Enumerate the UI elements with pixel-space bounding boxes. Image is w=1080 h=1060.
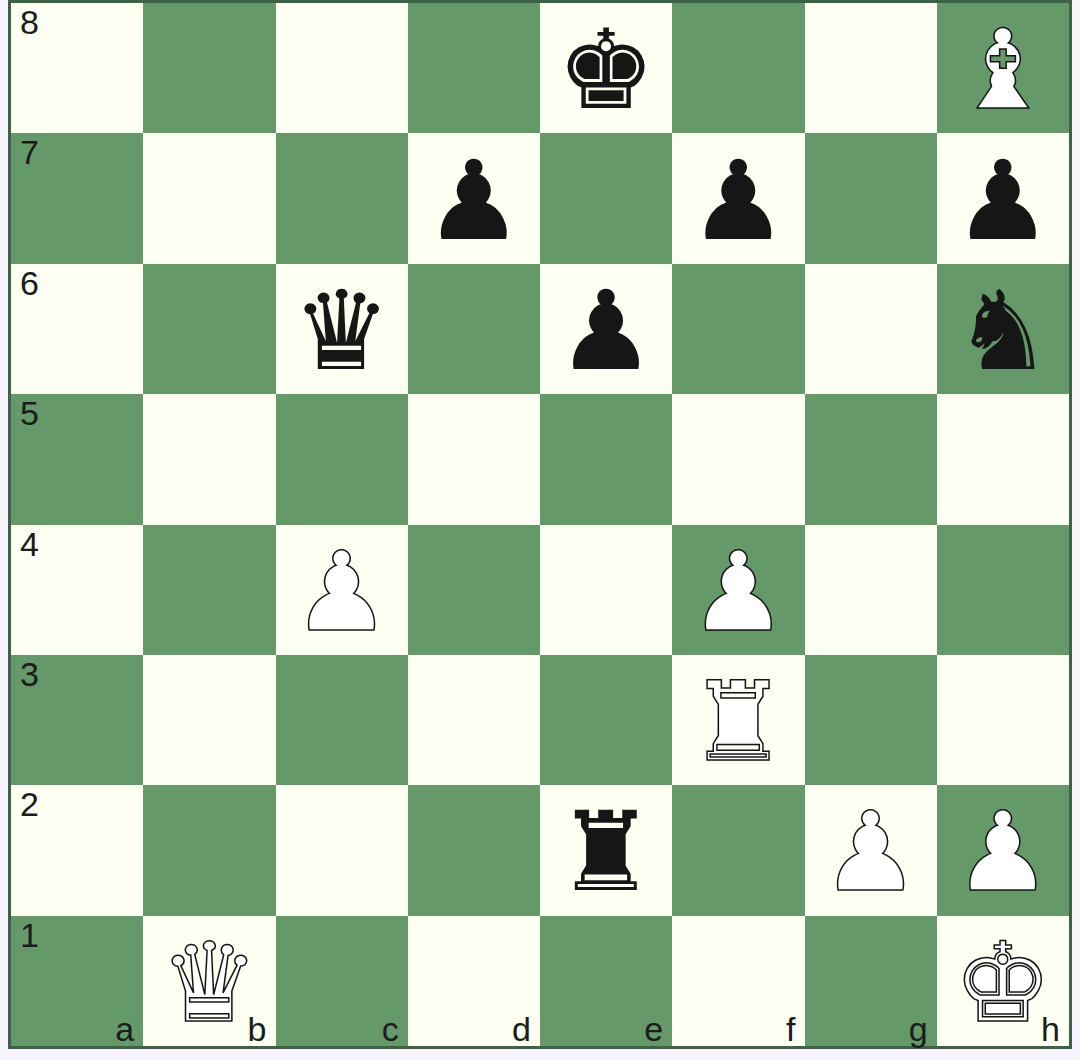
- file-label-g: g: [909, 1011, 928, 1048]
- square-a4[interactable]: 4: [11, 525, 143, 655]
- chess-board: 8♚♝7♟♟♟6♛♟♞54♟♟3♜2♜♟♟1ab♛cdefgh♚: [8, 0, 1072, 1049]
- white-bishop[interactable]: ♝: [937, 3, 1069, 133]
- square-h7[interactable]: ♟: [937, 133, 1069, 263]
- file-label-d: d: [512, 1011, 531, 1048]
- square-g6[interactable]: [805, 264, 937, 394]
- square-e8[interactable]: ♚: [540, 3, 672, 133]
- square-h2[interactable]: ♟: [937, 785, 1069, 915]
- square-e7[interactable]: [540, 133, 672, 263]
- square-a6[interactable]: 6: [11, 264, 143, 394]
- rank-label-1: 1: [20, 917, 39, 954]
- square-c3[interactable]: [276, 655, 408, 785]
- square-b4[interactable]: [143, 525, 275, 655]
- square-e1[interactable]: e: [540, 916, 672, 1046]
- square-e2[interactable]: ♜: [540, 785, 672, 915]
- black-rook[interactable]: ♜: [540, 785, 672, 915]
- square-e6[interactable]: ♟: [540, 264, 672, 394]
- square-a7[interactable]: 7: [11, 133, 143, 263]
- square-e4[interactable]: [540, 525, 672, 655]
- square-e3[interactable]: [540, 655, 672, 785]
- black-pawn[interactable]: ♟: [937, 133, 1069, 263]
- page-background: 8♚♝7♟♟♟6♛♟♞54♟♟3♜2♜♟♟1ab♛cdefgh♚: [0, 0, 1080, 1060]
- square-c5[interactable]: [276, 394, 408, 524]
- square-a1[interactable]: 1a: [11, 916, 143, 1046]
- square-d1[interactable]: d: [408, 916, 540, 1046]
- white-pawn[interactable]: ♟: [805, 785, 937, 915]
- rank-label-7: 7: [20, 134, 39, 171]
- square-a3[interactable]: 3: [11, 655, 143, 785]
- square-f8[interactable]: [672, 3, 804, 133]
- rank-label-5: 5: [20, 395, 39, 432]
- square-f3[interactable]: ♜: [672, 655, 804, 785]
- square-f5[interactable]: [672, 394, 804, 524]
- white-pawn[interactable]: ♟: [276, 525, 408, 655]
- square-g7[interactable]: [805, 133, 937, 263]
- file-label-c: c: [382, 1011, 399, 1048]
- square-d2[interactable]: [408, 785, 540, 915]
- file-label-e: e: [644, 1011, 663, 1048]
- square-b3[interactable]: [143, 655, 275, 785]
- square-d6[interactable]: [408, 264, 540, 394]
- square-b1[interactable]: b♛: [143, 916, 275, 1046]
- square-g2[interactable]: ♟: [805, 785, 937, 915]
- white-rook[interactable]: ♜: [672, 655, 804, 785]
- white-pawn[interactable]: ♟: [672, 525, 804, 655]
- file-label-a: a: [115, 1011, 134, 1048]
- square-d8[interactable]: [408, 3, 540, 133]
- square-a2[interactable]: 2: [11, 785, 143, 915]
- square-b7[interactable]: [143, 133, 275, 263]
- white-king[interactable]: ♚: [937, 916, 1069, 1046]
- rank-label-2: 2: [20, 786, 39, 823]
- square-c7[interactable]: [276, 133, 408, 263]
- rank-label-8: 8: [20, 4, 39, 41]
- square-a5[interactable]: 5: [11, 394, 143, 524]
- square-d7[interactable]: ♟: [408, 133, 540, 263]
- file-label-f: f: [786, 1011, 795, 1048]
- black-pawn[interactable]: ♟: [408, 133, 540, 263]
- square-g8[interactable]: [805, 3, 937, 133]
- black-pawn[interactable]: ♟: [672, 133, 804, 263]
- rank-label-4: 4: [20, 526, 39, 563]
- square-c1[interactable]: c: [276, 916, 408, 1046]
- square-b6[interactable]: [143, 264, 275, 394]
- square-h3[interactable]: [937, 655, 1069, 785]
- square-g1[interactable]: g: [805, 916, 937, 1046]
- square-d4[interactable]: [408, 525, 540, 655]
- square-d3[interactable]: [408, 655, 540, 785]
- black-queen[interactable]: ♛: [276, 264, 408, 394]
- square-c8[interactable]: [276, 3, 408, 133]
- rank-label-3: 3: [20, 656, 39, 693]
- square-g5[interactable]: [805, 394, 937, 524]
- black-king[interactable]: ♚: [540, 3, 672, 133]
- white-pawn[interactable]: ♟: [937, 785, 1069, 915]
- square-h1[interactable]: h♚: [937, 916, 1069, 1046]
- black-knight[interactable]: ♞: [937, 264, 1069, 394]
- square-d5[interactable]: [408, 394, 540, 524]
- square-b2[interactable]: [143, 785, 275, 915]
- square-g4[interactable]: [805, 525, 937, 655]
- square-e5[interactable]: [540, 394, 672, 524]
- square-f1[interactable]: f: [672, 916, 804, 1046]
- square-f2[interactable]: [672, 785, 804, 915]
- square-h6[interactable]: ♞: [937, 264, 1069, 394]
- square-f7[interactable]: ♟: [672, 133, 804, 263]
- square-b5[interactable]: [143, 394, 275, 524]
- square-g3[interactable]: [805, 655, 937, 785]
- square-h8[interactable]: ♝: [937, 3, 1069, 133]
- square-a8[interactable]: 8: [11, 3, 143, 133]
- square-h5[interactable]: [937, 394, 1069, 524]
- white-queen[interactable]: ♛: [143, 916, 275, 1046]
- square-f6[interactable]: [672, 264, 804, 394]
- square-c2[interactable]: [276, 785, 408, 915]
- rank-label-6: 6: [20, 265, 39, 302]
- square-h4[interactable]: [937, 525, 1069, 655]
- square-c4[interactable]: ♟: [276, 525, 408, 655]
- square-c6[interactable]: ♛: [276, 264, 408, 394]
- square-f4[interactable]: ♟: [672, 525, 804, 655]
- black-pawn[interactable]: ♟: [540, 264, 672, 394]
- square-b8[interactable]: [143, 3, 275, 133]
